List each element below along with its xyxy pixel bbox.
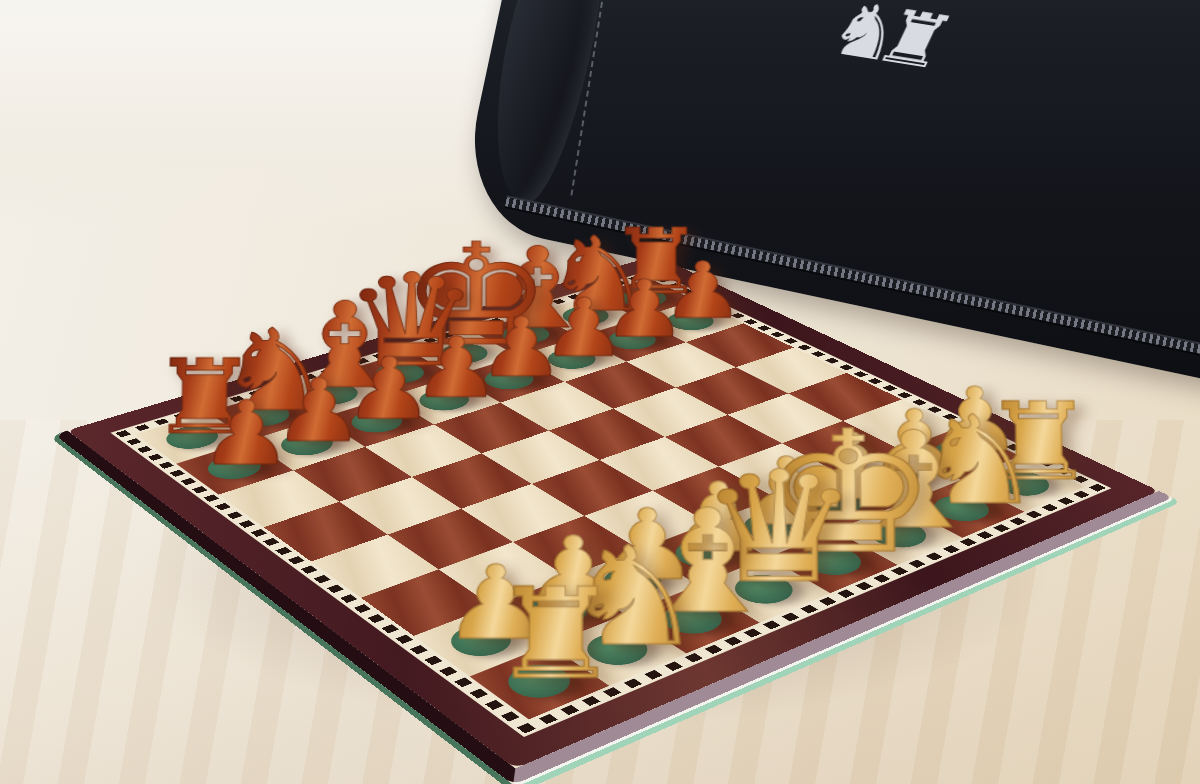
case-fold-edge xyxy=(475,0,623,211)
light-rook-piece: ♜ xyxy=(489,577,622,692)
chess-pieces-logo-icon: ♞♜ xyxy=(804,0,1137,132)
square-a1: ♜ xyxy=(470,645,610,720)
red-pawn-piece: ♟ xyxy=(199,394,295,475)
scene: ♞♜ ♜♞♝♛♚♝♞♜♟♟♟♟♟♟♟♟♟♟♟♟♟♟♟♟♜♞♝♛♚♝♞♜ xyxy=(0,0,1200,784)
square-a6 xyxy=(219,470,339,527)
